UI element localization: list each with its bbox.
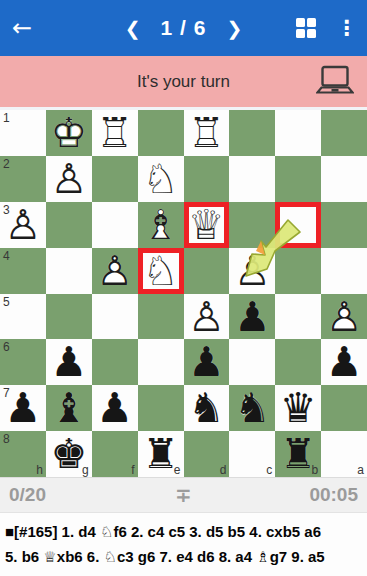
square-f3[interactable] bbox=[92, 202, 138, 248]
square-b6[interactable] bbox=[275, 339, 321, 385]
square-h6[interactable]: 6 bbox=[0, 339, 46, 385]
black-bishop-g7: ♗♝ bbox=[46, 385, 92, 431]
grid-square bbox=[296, 29, 305, 38]
square-f7[interactable]: ♙♟ bbox=[92, 385, 138, 431]
next-puzzle-icon[interactable]: ❯ bbox=[226, 0, 242, 56]
white-rook-f1: ♜♖ bbox=[92, 110, 138, 156]
square-g1[interactable]: ♚♔ bbox=[46, 110, 92, 156]
square-f5[interactable] bbox=[92, 294, 138, 340]
square-b1[interactable] bbox=[275, 110, 321, 156]
white-knight-e4: ♞♘ bbox=[138, 248, 184, 294]
square-a6[interactable]: ♙♟ bbox=[321, 339, 367, 385]
square-g2[interactable]: ♟♙ bbox=[46, 156, 92, 202]
square-c4[interactable]: ♟♙ bbox=[229, 248, 275, 294]
square-h1[interactable]: 1 bbox=[0, 110, 46, 156]
rank-label: 2 bbox=[3, 157, 10, 171]
square-b3[interactable] bbox=[275, 202, 321, 248]
white-rook-d1: ♜♖ bbox=[184, 110, 230, 156]
file-label: d bbox=[220, 463, 227, 477]
file-label: a bbox=[357, 463, 364, 477]
square-b7[interactable]: ♕♛ bbox=[275, 385, 321, 431]
black-pawn-d6: ♙♟ bbox=[184, 339, 230, 385]
square-d5[interactable]: ♟♙ bbox=[184, 294, 230, 340]
square-e1[interactable] bbox=[138, 110, 184, 156]
grid-square bbox=[296, 18, 305, 27]
square-h8[interactable]: 8h bbox=[0, 431, 46, 477]
square-g7[interactable]: ♗♝ bbox=[46, 385, 92, 431]
puzzle-grid-icon[interactable] bbox=[296, 18, 316, 38]
square-g8[interactable]: g♔♚ bbox=[46, 431, 92, 477]
square-h4[interactable]: 4 bbox=[0, 248, 46, 294]
square-h5[interactable]: 5 bbox=[0, 294, 46, 340]
grid-square bbox=[307, 29, 316, 38]
square-f2[interactable] bbox=[92, 156, 138, 202]
square-d7[interactable]: ♘♞ bbox=[184, 385, 230, 431]
square-f8[interactable]: f bbox=[92, 431, 138, 477]
square-e7[interactable] bbox=[138, 385, 184, 431]
black-queen-b7: ♕♛ bbox=[275, 385, 321, 431]
square-g3[interactable] bbox=[46, 202, 92, 248]
black-knight-c7: ♘♞ bbox=[229, 385, 275, 431]
square-d1[interactable]: ♜♖ bbox=[184, 110, 230, 156]
square-a4[interactable] bbox=[321, 248, 367, 294]
square-a7[interactable] bbox=[321, 385, 367, 431]
square-g5[interactable] bbox=[46, 294, 92, 340]
black-pawn-g6: ♙♟ bbox=[46, 339, 92, 385]
back-icon[interactable]: ← bbox=[12, 0, 32, 56]
square-d8[interactable]: d bbox=[184, 431, 230, 477]
timer: 00:05 bbox=[309, 484, 358, 506]
square-c5[interactable]: ♙♟ bbox=[229, 294, 275, 340]
puzzle-counter: 1 / 6 bbox=[161, 16, 207, 40]
square-d3[interactable]: ♛♕ bbox=[184, 202, 230, 248]
chess-board: 1♚♔♜♖♜♖2♟♙♞♘3♟♙♝♗♛♕4♟♙♞♘♟♙5♟♙♙♟♟♙6♙♟♙♟♙♟… bbox=[0, 110, 367, 477]
black-knight-d7: ♘♞ bbox=[184, 385, 230, 431]
square-a8[interactable]: a bbox=[321, 431, 367, 477]
square-c8[interactable]: c bbox=[229, 431, 275, 477]
square-d2[interactable] bbox=[184, 156, 230, 202]
overflow-menu-icon[interactable]: ⋮ bbox=[336, 0, 357, 56]
chess-training-app: ← ❮ 1 / 6 ❯ ⋮ It's your turn 1♚♔♜♖♜♖2♟♙♞… bbox=[0, 0, 367, 576]
rank-label: 4 bbox=[3, 249, 10, 263]
square-a5[interactable]: ♟♙ bbox=[321, 294, 367, 340]
square-e6[interactable] bbox=[138, 339, 184, 385]
square-f4[interactable]: ♟♙ bbox=[92, 248, 138, 294]
square-b5[interactable] bbox=[275, 294, 321, 340]
black-pawn-a6: ♙♟ bbox=[321, 339, 367, 385]
black-pawn-f7: ♙♟ bbox=[92, 385, 138, 431]
status-bar: 0/20 ∓ 00:05 bbox=[0, 477, 367, 512]
white-pawn-c4: ♟♙ bbox=[229, 248, 275, 294]
file-label: b bbox=[311, 463, 318, 477]
move-list: ■[#165] 1. d4 ♘f6 2. c4 c5 3. d5 b5 4. c… bbox=[0, 512, 367, 576]
square-h3[interactable]: 3♟♙ bbox=[0, 202, 46, 248]
square-e4[interactable]: ♞♘ bbox=[138, 248, 184, 294]
square-a1[interactable] bbox=[321, 110, 367, 156]
square-h2[interactable]: 2 bbox=[0, 156, 46, 202]
turn-banner: It's your turn bbox=[0, 56, 367, 107]
turn-banner-text: It's your turn bbox=[137, 72, 230, 92]
square-f1[interactable]: ♜♖ bbox=[92, 110, 138, 156]
prev-puzzle-icon[interactable]: ❮ bbox=[125, 0, 141, 56]
file-label: f bbox=[131, 463, 134, 477]
square-g4[interactable] bbox=[46, 248, 92, 294]
file-label: g bbox=[82, 463, 89, 477]
square-d6[interactable]: ♙♟ bbox=[184, 339, 230, 385]
rank-label: 6 bbox=[3, 340, 10, 354]
rank-label: 3 bbox=[3, 203, 10, 217]
square-a2[interactable] bbox=[321, 156, 367, 202]
square-c6[interactable] bbox=[229, 339, 275, 385]
square-e5[interactable] bbox=[138, 294, 184, 340]
rank-label: 1 bbox=[3, 111, 10, 125]
white-pawn-d5: ♟♙ bbox=[184, 294, 230, 340]
file-label: c bbox=[266, 463, 272, 477]
black-pawn-c5: ♙♟ bbox=[229, 294, 275, 340]
square-c2[interactable] bbox=[229, 156, 275, 202]
white-knight-e2: ♞♘ bbox=[138, 156, 184, 202]
square-b2[interactable] bbox=[275, 156, 321, 202]
square-g6[interactable]: ♙♟ bbox=[46, 339, 92, 385]
square-c1[interactable] bbox=[229, 110, 275, 156]
rank-label: 8 bbox=[3, 432, 10, 446]
square-e3[interactable]: ♝♗ bbox=[138, 202, 184, 248]
top-app-bar: ← ❮ 1 / 6 ❯ ⋮ bbox=[0, 0, 367, 56]
white-king-g1: ♚♔ bbox=[46, 110, 92, 156]
square-d4[interactable] bbox=[184, 248, 230, 294]
square-c7[interactable]: ♘♞ bbox=[229, 385, 275, 431]
rank-label: 7 bbox=[3, 386, 10, 400]
white-pawn-g2: ♟♙ bbox=[46, 156, 92, 202]
top-bar-actions: ⋮ bbox=[296, 0, 357, 56]
square-a3[interactable] bbox=[321, 202, 367, 248]
file-label: e bbox=[174, 463, 181, 477]
move-list-line-1[interactable]: ■[#165] 1. d4 ♘f6 2. c4 c5 3. d5 b5 4. c… bbox=[5, 519, 363, 544]
square-e2[interactable]: ♞♘ bbox=[138, 156, 184, 202]
computer-engine-icon[interactable] bbox=[316, 65, 354, 97]
square-b8[interactable]: b♖♜ bbox=[275, 431, 321, 477]
square-b4[interactable] bbox=[275, 248, 321, 294]
move-list-line-2[interactable]: 5. b6 ♕xb6 6. ♘c3 g6 7. e4 d6 8. a4 ♗g7 … bbox=[5, 544, 363, 569]
rank-label: 5 bbox=[3, 295, 10, 309]
white-pawn-a5: ♟♙ bbox=[321, 294, 367, 340]
square-f6[interactable] bbox=[92, 339, 138, 385]
square-e8[interactable]: e♖♜ bbox=[138, 431, 184, 477]
grid-square bbox=[307, 18, 316, 27]
white-bishop-e3: ♝♗ bbox=[138, 202, 184, 248]
square-h7[interactable]: 7♙♟ bbox=[0, 385, 46, 431]
file-label: h bbox=[36, 463, 43, 477]
white-queen-d3: ♛♕ bbox=[184, 202, 230, 248]
square-c3[interactable] bbox=[229, 202, 275, 248]
white-pawn-f4: ♟♙ bbox=[92, 248, 138, 294]
